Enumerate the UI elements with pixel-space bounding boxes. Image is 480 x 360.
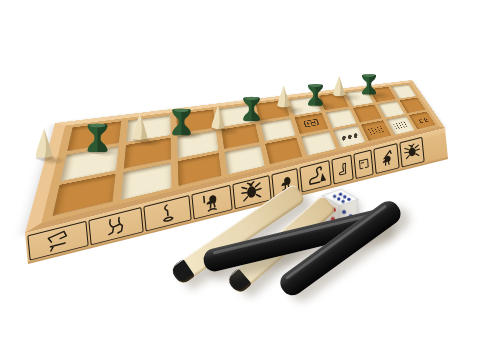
spool-pawn-green-square-2[interactable] — [86, 122, 109, 154]
board-square-r3c8-house-of-water[interactable] — [361, 120, 391, 141]
senet-photo-scene: .s{fill:none;stroke:#241d13;stroke-width… — [0, 0, 480, 360]
spool-pawn-green-square-8[interactable] — [307, 82, 324, 108]
cone-pawn-ivory-square-3[interactable] — [131, 111, 149, 144]
board-square-r3c4[interactable] — [225, 145, 265, 175]
dot-grid-marking — [361, 120, 391, 141]
cone-pawn-ivory-square-5[interactable] — [210, 103, 226, 133]
board-square-r3c3[interactable] — [178, 153, 222, 186]
hieroglyph-panel-4-bird-with-stroke-glyph — [191, 185, 232, 220]
cone-pawn-ivory-square-7[interactable] — [276, 82, 291, 112]
hieroglyph-panel-9-house-plan-glyph — [353, 149, 373, 179]
board-square-r2c8[interactable] — [353, 104, 382, 122]
spool-pawn-green-square-4[interactable] — [171, 107, 192, 137]
hieroglyph-panel-10-bird-with-flail-glyph — [373, 143, 399, 174]
hieroglyph-panel-3-flax-and-mouth-glyph — [143, 195, 191, 232]
board-square-r2c7[interactable] — [325, 108, 356, 128]
board-square-r3c6[interactable] — [301, 131, 336, 155]
board-square-r3c5[interactable] — [266, 138, 303, 165]
three-birds-marking — [333, 126, 365, 148]
cone-pawn-ivory-square-1[interactable] — [34, 126, 54, 162]
hieroglyph-panel-8-leg-foot-glyph — [331, 154, 353, 184]
cone-pawn-ivory-square-9[interactable] — [332, 74, 346, 99]
spool-pawn-green-square-6[interactable] — [242, 95, 261, 123]
hieroglyph-panel-11-scarab-glyph — [399, 137, 424, 168]
spool-pawn-green-square-10[interactable] — [361, 72, 377, 97]
board-square-r3c7-house-of-three-truths[interactable] — [333, 126, 365, 148]
board-square-r3c2[interactable] — [121, 163, 172, 200]
